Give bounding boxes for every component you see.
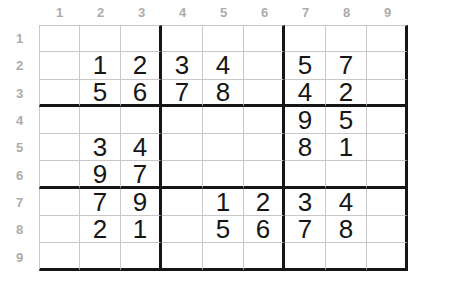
- cell-r6c8[interactable]: [326, 161, 367, 188]
- cell-r3c3[interactable]: 6: [121, 80, 162, 107]
- cell-r8c8[interactable]: 8: [326, 216, 367, 243]
- cell-r3c6[interactable]: [244, 80, 285, 107]
- cell-r8c9[interactable]: [367, 216, 408, 243]
- sudoku-board: 12345756784295348197791234215678: [39, 25, 408, 271]
- cell-r3c9[interactable]: [367, 80, 408, 107]
- cell-r9c5[interactable]: [203, 243, 244, 270]
- cell-r8c5[interactable]: 5: [203, 216, 244, 243]
- cell-r4c1[interactable]: [39, 107, 80, 134]
- cell-r1c7[interactable]: [285, 25, 326, 52]
- cell-r3c7[interactable]: 4: [285, 80, 326, 107]
- cell-r5c9[interactable]: [367, 134, 408, 161]
- cell-r4c9[interactable]: [367, 107, 408, 134]
- column-label-7: 7: [285, 0, 326, 25]
- cell-r1c6[interactable]: [244, 25, 285, 52]
- cell-r5c1[interactable]: [39, 134, 80, 161]
- column-label-4: 4: [162, 0, 203, 25]
- cell-r1c2[interactable]: [80, 25, 121, 52]
- row-label-2: 2: [0, 52, 39, 79]
- cell-r7c6[interactable]: 2: [244, 189, 285, 216]
- column-label-9: 9: [367, 0, 408, 25]
- row-label-4: 4: [0, 107, 39, 134]
- cell-r9c1[interactable]: [39, 243, 80, 270]
- cell-r5c5[interactable]: [203, 134, 244, 161]
- row-label-3: 3: [0, 80, 39, 107]
- cell-r9c9[interactable]: [367, 243, 408, 270]
- cell-r7c1[interactable]: [39, 189, 80, 216]
- cell-r2c7[interactable]: 5: [285, 52, 326, 79]
- cell-r1c3[interactable]: [121, 25, 162, 52]
- cell-r3c5[interactable]: 8: [203, 80, 244, 107]
- cell-r3c1[interactable]: [39, 80, 80, 107]
- cell-r2c9[interactable]: [367, 52, 408, 79]
- cell-r8c1[interactable]: [39, 216, 80, 243]
- row-label-9: 9: [0, 243, 39, 270]
- cell-r8c4[interactable]: [162, 216, 203, 243]
- cell-r1c1[interactable]: [39, 25, 80, 52]
- cell-r6c7[interactable]: [285, 161, 326, 188]
- cell-r9c7[interactable]: [285, 243, 326, 270]
- column-label-3: 3: [121, 0, 162, 25]
- cell-r4c4[interactable]: [162, 107, 203, 134]
- column-labels: 123456789: [39, 0, 408, 25]
- cell-r2c2[interactable]: 1: [80, 52, 121, 79]
- cell-r2c3[interactable]: 2: [121, 52, 162, 79]
- column-label-8: 8: [326, 0, 367, 25]
- cell-r7c5[interactable]: 1: [203, 189, 244, 216]
- cell-r2c8[interactable]: 7: [326, 52, 367, 79]
- cell-r8c6[interactable]: 6: [244, 216, 285, 243]
- cell-r7c2[interactable]: 7: [80, 189, 121, 216]
- cell-r2c5[interactable]: 4: [203, 52, 244, 79]
- cell-r1c5[interactable]: [203, 25, 244, 52]
- cell-r5c4[interactable]: [162, 134, 203, 161]
- column-label-6: 6: [244, 0, 285, 25]
- cell-r4c8[interactable]: 5: [326, 107, 367, 134]
- cell-r4c3[interactable]: [121, 107, 162, 134]
- cell-r4c7[interactable]: 9: [285, 107, 326, 134]
- cell-r6c3[interactable]: 7: [121, 161, 162, 188]
- cell-r9c3[interactable]: [121, 243, 162, 270]
- cell-r2c1[interactable]: [39, 52, 80, 79]
- cell-r5c2[interactable]: 3: [80, 134, 121, 161]
- cell-r4c2[interactable]: [80, 107, 121, 134]
- cell-r9c8[interactable]: [326, 243, 367, 270]
- cell-r2c4[interactable]: 3: [162, 52, 203, 79]
- cell-r9c4[interactable]: [162, 243, 203, 270]
- cell-r1c8[interactable]: [326, 25, 367, 52]
- column-label-1: 1: [39, 0, 80, 25]
- cell-r6c5[interactable]: [203, 161, 244, 188]
- cell-r1c9[interactable]: [367, 25, 408, 52]
- cell-r8c3[interactable]: 1: [121, 216, 162, 243]
- cell-r7c8[interactable]: 4: [326, 189, 367, 216]
- cell-r8c2[interactable]: 2: [80, 216, 121, 243]
- cell-r3c4[interactable]: 7: [162, 80, 203, 107]
- cell-r3c8[interactable]: 2: [326, 80, 367, 107]
- row-labels: 123456789: [0, 25, 39, 271]
- row-label-8: 8: [0, 216, 39, 243]
- cell-r5c7[interactable]: 8: [285, 134, 326, 161]
- cell-r7c3[interactable]: 9: [121, 189, 162, 216]
- cell-r7c7[interactable]: 3: [285, 189, 326, 216]
- cell-r3c2[interactable]: 5: [80, 80, 121, 107]
- cell-r1c4[interactable]: [162, 25, 203, 52]
- row-label-1: 1: [0, 25, 39, 52]
- cell-r6c6[interactable]: [244, 161, 285, 188]
- sudoku-puzzle-page: 123456789 123456789 12345756784295348197…: [0, 0, 450, 300]
- column-label-2: 2: [80, 0, 121, 25]
- cell-r7c4[interactable]: [162, 189, 203, 216]
- row-label-7: 7: [0, 189, 39, 216]
- cell-r9c6[interactable]: [244, 243, 285, 270]
- cell-r5c8[interactable]: 1: [326, 134, 367, 161]
- cell-r6c2[interactable]: 9: [80, 161, 121, 188]
- cell-r4c5[interactable]: [203, 107, 244, 134]
- cell-r5c6[interactable]: [244, 134, 285, 161]
- column-label-5: 5: [203, 0, 244, 25]
- cell-r6c9[interactable]: [367, 161, 408, 188]
- cell-r5c3[interactable]: 4: [121, 134, 162, 161]
- row-label-6: 6: [0, 161, 39, 188]
- cell-r8c7[interactable]: 7: [285, 216, 326, 243]
- row-label-5: 5: [0, 134, 39, 161]
- cell-r9c2[interactable]: [80, 243, 121, 270]
- cell-r6c1[interactable]: [39, 161, 80, 188]
- cell-r6c4[interactable]: [162, 161, 203, 188]
- cell-r2c6[interactable]: [244, 52, 285, 79]
- cell-r7c9[interactable]: [367, 189, 408, 216]
- cell-r4c6[interactable]: [244, 107, 285, 134]
